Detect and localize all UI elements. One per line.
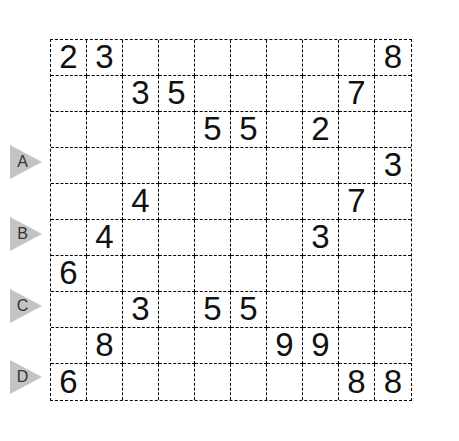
grid-cell[interactable] bbox=[267, 292, 303, 328]
right-arrow-icon: D bbox=[10, 360, 42, 394]
given-number: 2 bbox=[311, 112, 329, 145]
given-number: 7 bbox=[347, 76, 365, 109]
grid-cell[interactable] bbox=[339, 328, 375, 364]
grid-cell[interactable] bbox=[159, 328, 195, 364]
grid-cell[interactable] bbox=[375, 76, 411, 112]
grid-cell[interactable] bbox=[303, 256, 339, 292]
grid-cell[interactable]: 6 bbox=[51, 364, 87, 400]
grid-cell[interactable] bbox=[159, 292, 195, 328]
grid-cell[interactable] bbox=[87, 292, 123, 328]
grid-cell[interactable] bbox=[375, 328, 411, 364]
marker-label: A bbox=[17, 154, 28, 170]
grid-cell[interactable] bbox=[87, 112, 123, 148]
grid-cell[interactable] bbox=[159, 364, 195, 400]
given-number: 8 bbox=[384, 365, 402, 398]
answer-row-marker-a: A bbox=[10, 145, 42, 179]
grid-cell[interactable] bbox=[195, 76, 231, 112]
grid-cell[interactable] bbox=[195, 40, 231, 76]
grid-cell[interactable]: 8 bbox=[87, 328, 123, 364]
puzzle-grid: 238357552347436355899688 bbox=[50, 39, 412, 401]
grid-cell[interactable] bbox=[375, 256, 411, 292]
grid-cell[interactable] bbox=[195, 256, 231, 292]
grid-cell[interactable] bbox=[87, 256, 123, 292]
grid-cell[interactable] bbox=[339, 256, 375, 292]
grid-cell[interactable]: 3 bbox=[87, 40, 123, 76]
grid-cell[interactable] bbox=[195, 184, 231, 220]
grid-cell[interactable] bbox=[159, 148, 195, 184]
given-number: 7 bbox=[347, 184, 365, 217]
grid-cell[interactable]: 5 bbox=[231, 112, 267, 148]
marker-label: D bbox=[17, 369, 29, 385]
grid-cell[interactable] bbox=[303, 292, 339, 328]
grid-cell[interactable] bbox=[339, 148, 375, 184]
answer-row-marker-b: B bbox=[10, 217, 42, 251]
grid-cell[interactable]: 8 bbox=[375, 40, 411, 76]
right-arrow-icon: B bbox=[10, 217, 42, 251]
grid-cell[interactable]: 8 bbox=[375, 364, 411, 400]
grid-cell[interactable] bbox=[267, 364, 303, 400]
grid-cell[interactable] bbox=[123, 364, 159, 400]
grid-cell[interactable] bbox=[231, 76, 267, 112]
grid-cell[interactable] bbox=[231, 328, 267, 364]
grid-cell[interactable] bbox=[267, 220, 303, 256]
grid-cell[interactable]: 9 bbox=[267, 328, 303, 364]
grid-cell[interactable] bbox=[159, 220, 195, 256]
grid-cell[interactable] bbox=[51, 76, 87, 112]
grid-cell[interactable] bbox=[195, 364, 231, 400]
grid-cell[interactable] bbox=[123, 40, 159, 76]
marker-label: B bbox=[17, 226, 28, 242]
given-number: 3 bbox=[384, 148, 402, 181]
given-number: 5 bbox=[167, 76, 185, 109]
given-number: 3 bbox=[95, 40, 113, 73]
grid-cell[interactable] bbox=[231, 148, 267, 184]
grid-cell[interactable] bbox=[267, 112, 303, 148]
grid-cell[interactable]: 5 bbox=[159, 76, 195, 112]
answer-row-marker-d: D bbox=[10, 360, 42, 394]
grid-cell[interactable] bbox=[375, 220, 411, 256]
grid-cell[interactable] bbox=[87, 184, 123, 220]
grid-cell[interactable] bbox=[123, 148, 159, 184]
given-number: 6 bbox=[59, 365, 77, 398]
given-number: 6 bbox=[59, 256, 77, 289]
grid-cell[interactable] bbox=[375, 184, 411, 220]
grid-cell[interactable] bbox=[159, 40, 195, 76]
grid-cell[interactable] bbox=[51, 292, 87, 328]
grid-cell[interactable] bbox=[339, 112, 375, 148]
given-number: 8 bbox=[384, 40, 402, 73]
grid-cell[interactable] bbox=[51, 112, 87, 148]
grid-cell[interactable] bbox=[51, 220, 87, 256]
given-number: 9 bbox=[275, 328, 293, 361]
grid-cell[interactable] bbox=[231, 256, 267, 292]
grid-cell[interactable] bbox=[303, 148, 339, 184]
given-number: 2 bbox=[59, 40, 77, 73]
grid-cell[interactable] bbox=[123, 112, 159, 148]
grid-cell[interactable]: 4 bbox=[123, 184, 159, 220]
grid-cell[interactable] bbox=[231, 364, 267, 400]
right-arrow-icon: C bbox=[10, 289, 42, 323]
grid-cell[interactable] bbox=[303, 184, 339, 220]
grid-cell[interactable] bbox=[231, 220, 267, 256]
given-number: 3 bbox=[311, 220, 329, 253]
given-number: 5 bbox=[239, 112, 257, 145]
grid-cell[interactable] bbox=[123, 256, 159, 292]
grid-cell[interactable] bbox=[267, 256, 303, 292]
grid-cell[interactable]: 3 bbox=[303, 220, 339, 256]
marker-label: C bbox=[17, 298, 29, 314]
grid-cell[interactable] bbox=[123, 328, 159, 364]
given-number: 8 bbox=[95, 328, 113, 361]
grid-cell[interactable] bbox=[159, 256, 195, 292]
answer-row-marker-c: C bbox=[10, 289, 42, 323]
grid-cell[interactable] bbox=[159, 184, 195, 220]
grid-cell[interactable] bbox=[303, 76, 339, 112]
grid-cell[interactable]: 3 bbox=[123, 292, 159, 328]
given-number: 5 bbox=[239, 292, 257, 325]
grid-cell[interactable] bbox=[87, 76, 123, 112]
grid-cell[interactable]: 9 bbox=[303, 328, 339, 364]
given-number: 5 bbox=[203, 292, 221, 325]
grid-cell[interactable] bbox=[267, 40, 303, 76]
grid-cell[interactable] bbox=[123, 220, 159, 256]
grid-cell[interactable] bbox=[339, 292, 375, 328]
grid-cell[interactable]: 7 bbox=[339, 184, 375, 220]
grid-cell[interactable] bbox=[87, 148, 123, 184]
grid-cell[interactable]: 7 bbox=[339, 76, 375, 112]
grid-cell[interactable]: 8 bbox=[339, 364, 375, 400]
grid-cell[interactable] bbox=[159, 112, 195, 148]
grid-cell[interactable]: 5 bbox=[231, 292, 267, 328]
grid-cell[interactable] bbox=[339, 220, 375, 256]
grid-cell[interactable] bbox=[87, 364, 123, 400]
grid-cell[interactable]: 5 bbox=[195, 112, 231, 148]
grid-cell[interactable] bbox=[195, 328, 231, 364]
grid-cell[interactable] bbox=[231, 184, 267, 220]
right-arrow-icon: A bbox=[10, 145, 42, 179]
grid-cell[interactable] bbox=[339, 40, 375, 76]
grid-cell[interactable] bbox=[195, 220, 231, 256]
given-number: 5 bbox=[203, 112, 221, 145]
grid-cell[interactable] bbox=[267, 76, 303, 112]
grid-cell[interactable]: 3 bbox=[123, 76, 159, 112]
puzzle-canvas: A B C D 238357552347436355899688 bbox=[0, 0, 459, 441]
grid-cell[interactable] bbox=[51, 148, 87, 184]
given-number: 3 bbox=[131, 76, 149, 109]
grid-cell[interactable]: 2 bbox=[51, 40, 87, 76]
given-number: 8 bbox=[347, 365, 365, 398]
grid-cell[interactable] bbox=[267, 148, 303, 184]
grid-cell[interactable] bbox=[267, 184, 303, 220]
grid-cell[interactable] bbox=[375, 112, 411, 148]
grid-cell[interactable]: 3 bbox=[375, 148, 411, 184]
given-number: 4 bbox=[131, 184, 149, 217]
given-number: 4 bbox=[95, 220, 113, 253]
grid-cell[interactable] bbox=[303, 40, 339, 76]
grid-cell[interactable]: 4 bbox=[87, 220, 123, 256]
grid-cell[interactable]: 2 bbox=[303, 112, 339, 148]
grid-cell[interactable] bbox=[303, 364, 339, 400]
grid-cell[interactable] bbox=[195, 148, 231, 184]
given-number: 3 bbox=[131, 292, 149, 325]
grid-cell[interactable]: 6 bbox=[51, 256, 87, 292]
grid-cell[interactable] bbox=[51, 328, 87, 364]
grid-cell[interactable]: 5 bbox=[195, 292, 231, 328]
grid-cell[interactable] bbox=[51, 184, 87, 220]
grid-cell[interactable] bbox=[375, 292, 411, 328]
grid-cell[interactable] bbox=[231, 40, 267, 76]
given-number: 9 bbox=[311, 328, 329, 361]
